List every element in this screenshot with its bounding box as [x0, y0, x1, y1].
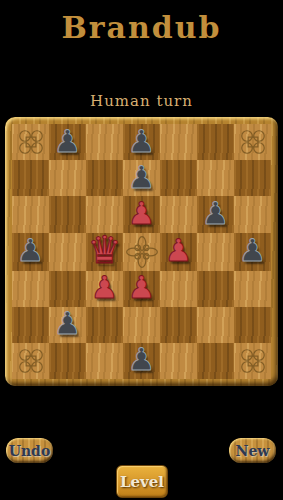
attacker-pawn[interactable]: ♟: [128, 344, 156, 375]
square-a3[interactable]: [12, 196, 49, 232]
square-c5[interactable]: ♟: [86, 271, 123, 307]
square-g6[interactable]: [234, 307, 271, 343]
new-game-button[interactable]: New: [229, 438, 276, 463]
turn-status-text: Human turn: [0, 91, 283, 111]
square-b5[interactable]: [49, 271, 86, 307]
square-b2[interactable]: [49, 160, 86, 196]
square-d5[interactable]: ♟: [123, 271, 160, 307]
defender-pawn[interactable]: ♟: [128, 272, 156, 303]
square-b6[interactable]: ♟: [49, 307, 86, 343]
corner-escape-motif-icon: [238, 346, 268, 376]
defender-pawn[interactable]: ♟: [91, 272, 119, 303]
square-c6[interactable]: [86, 307, 123, 343]
square-c4[interactable]: ♛: [86, 233, 123, 271]
square-b7[interactable]: [49, 343, 86, 379]
square-e6[interactable]: [160, 307, 197, 343]
square-b4[interactable]: [49, 233, 86, 271]
square-d1[interactable]: ♟: [123, 124, 160, 160]
square-d2[interactable]: ♟: [123, 160, 160, 196]
square-d7[interactable]: ♟: [123, 343, 160, 379]
square-e4[interactable]: ♟: [160, 233, 197, 271]
square-g5[interactable]: [234, 271, 271, 307]
king-piece[interactable]: ♛: [87, 231, 121, 269]
square-e3[interactable]: [160, 196, 197, 232]
square-b3[interactable]: [49, 196, 86, 232]
board-grid: ♟♟♟♟♟♟♛♟♟♟♟♟♟: [12, 124, 271, 379]
square-d4[interactable]: [123, 233, 160, 271]
square-g7[interactable]: [234, 343, 271, 379]
square-f4[interactable]: [197, 233, 234, 271]
square-c2[interactable]: [86, 160, 123, 196]
game-board: ♟♟♟♟♟♟♛♟♟♟♟♟♟: [5, 117, 278, 386]
square-a6[interactable]: [12, 307, 49, 343]
app-title: Brandub: [0, 8, 283, 48]
square-c7[interactable]: [86, 343, 123, 379]
square-e5[interactable]: [160, 271, 197, 307]
attacker-pawn[interactable]: ♟: [17, 235, 45, 266]
square-f1[interactable]: [197, 124, 234, 160]
square-a1[interactable]: [12, 124, 49, 160]
attacker-pawn[interactable]: ♟: [128, 162, 156, 193]
defender-pawn[interactable]: ♟: [128, 198, 156, 229]
attacker-pawn[interactable]: ♟: [54, 126, 82, 157]
square-e2[interactable]: [160, 160, 197, 196]
square-c1[interactable]: [86, 124, 123, 160]
square-g1[interactable]: [234, 124, 271, 160]
square-e7[interactable]: [160, 343, 197, 379]
square-g3[interactable]: [234, 196, 271, 232]
defender-pawn[interactable]: ♟: [165, 235, 193, 266]
level-button[interactable]: Level: [116, 465, 168, 498]
corner-escape-motif-icon: [238, 127, 268, 157]
square-a7[interactable]: [12, 343, 49, 379]
attacker-pawn[interactable]: ♟: [202, 198, 230, 229]
square-f3[interactable]: ♟: [197, 196, 234, 232]
square-a2[interactable]: [12, 160, 49, 196]
square-e1[interactable]: [160, 124, 197, 160]
square-d6[interactable]: [123, 307, 160, 343]
attacker-pawn[interactable]: ♟: [54, 308, 82, 339]
undo-button[interactable]: Undo: [6, 438, 53, 463]
attacker-pawn[interactable]: ♟: [128, 126, 156, 157]
square-f5[interactable]: [197, 271, 234, 307]
square-g4[interactable]: ♟: [234, 233, 271, 271]
square-f2[interactable]: [197, 160, 234, 196]
square-a4[interactable]: ♟: [12, 233, 49, 271]
square-f6[interactable]: [197, 307, 234, 343]
app-screen: Brandub Human turn ♟♟♟♟♟♟♛♟♟♟♟♟♟ Undo Ne…: [0, 0, 283, 500]
square-b1[interactable]: ♟: [49, 124, 86, 160]
square-d3[interactable]: ♟: [123, 196, 160, 232]
attacker-pawn[interactable]: ♟: [239, 235, 267, 266]
square-a5[interactable]: [12, 271, 49, 307]
square-f7[interactable]: [197, 343, 234, 379]
square-g2[interactable]: [234, 160, 271, 196]
throne-motif-icon: [125, 235, 159, 269]
corner-escape-motif-icon: [16, 127, 46, 157]
corner-escape-motif-icon: [16, 346, 46, 376]
